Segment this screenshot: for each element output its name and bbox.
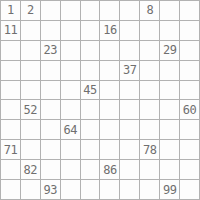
grid-cell-empty[interactable] (100, 1, 120, 21)
grid-cell-empty[interactable] (140, 41, 160, 61)
grid-cell-empty[interactable] (81, 140, 101, 160)
grid-cell-given: 45 (81, 81, 101, 101)
grid-cell-empty[interactable] (81, 61, 101, 81)
grid-cell-empty[interactable] (140, 100, 160, 120)
grid-cell-empty[interactable] (61, 21, 81, 41)
grid-cell-given: 8 (140, 1, 160, 21)
grid-cell-empty[interactable] (21, 140, 41, 160)
grid-cell-empty[interactable] (41, 100, 61, 120)
grid-cell-empty[interactable] (81, 160, 101, 180)
grid-cell-empty[interactable] (140, 180, 160, 200)
grid-cell-empty[interactable] (61, 100, 81, 120)
grid-cell-empty[interactable] (120, 140, 140, 160)
grid-cell-empty[interactable] (100, 180, 120, 200)
hundred-chart-board: 128111623293745526064717882869399 (0, 0, 200, 200)
grid-cell-empty[interactable] (1, 100, 21, 120)
hundred-chart-grid: 128111623293745526064717882869399 (0, 0, 200, 200)
grid-cell-empty[interactable] (100, 100, 120, 120)
grid-cell-empty[interactable] (100, 81, 120, 101)
grid-cell-empty[interactable] (81, 100, 101, 120)
grid-cell-given: 71 (1, 140, 21, 160)
grid-cell-empty[interactable] (140, 81, 160, 101)
grid-cell-given: 23 (41, 41, 61, 61)
grid-cell-given: 29 (160, 41, 180, 61)
grid-cell-empty[interactable] (160, 100, 180, 120)
grid-cell-empty[interactable] (81, 1, 101, 21)
grid-cell-empty[interactable] (160, 160, 180, 180)
grid-cell-empty[interactable] (160, 21, 180, 41)
grid-cell-empty[interactable] (61, 140, 81, 160)
grid-cell-empty[interactable] (120, 100, 140, 120)
grid-cell-empty[interactable] (61, 160, 81, 180)
grid-cell-empty[interactable] (180, 61, 200, 81)
grid-cell-empty[interactable] (41, 140, 61, 160)
grid-cell-empty[interactable] (160, 120, 180, 140)
grid-cell-empty[interactable] (120, 120, 140, 140)
grid-cell-empty[interactable] (100, 140, 120, 160)
grid-cell-empty[interactable] (21, 61, 41, 81)
grid-cell-empty[interactable] (160, 140, 180, 160)
grid-cell-empty[interactable] (140, 120, 160, 140)
grid-cell-empty[interactable] (21, 81, 41, 101)
grid-cell-given: 82 (21, 160, 41, 180)
grid-cell-empty[interactable] (120, 21, 140, 41)
grid-cell-given: 60 (180, 100, 200, 120)
grid-cell-empty[interactable] (140, 61, 160, 81)
grid-cell-empty[interactable] (61, 41, 81, 61)
grid-cell-empty[interactable] (140, 21, 160, 41)
grid-cell-given: 86 (100, 160, 120, 180)
grid-cell-given: 64 (61, 120, 81, 140)
grid-cell-empty[interactable] (1, 180, 21, 200)
grid-cell-empty[interactable] (120, 180, 140, 200)
grid-cell-empty[interactable] (160, 81, 180, 101)
grid-cell-empty[interactable] (21, 180, 41, 200)
grid-cell-given: 99 (160, 180, 180, 200)
grid-cell-empty[interactable] (180, 21, 200, 41)
grid-cell-empty[interactable] (1, 81, 21, 101)
grid-cell-empty[interactable] (41, 160, 61, 180)
grid-cell-empty[interactable] (21, 21, 41, 41)
grid-cell-empty[interactable] (81, 21, 101, 41)
grid-cell-empty[interactable] (1, 120, 21, 140)
grid-cell-empty[interactable] (160, 1, 180, 21)
grid-cell-empty[interactable] (21, 41, 41, 61)
grid-cell-empty[interactable] (120, 160, 140, 180)
grid-cell-empty[interactable] (180, 120, 200, 140)
grid-cell-empty[interactable] (180, 180, 200, 200)
grid-cell-given: 1 (1, 1, 21, 21)
grid-cell-given: 78 (140, 140, 160, 160)
grid-cell-empty[interactable] (61, 61, 81, 81)
grid-cell-empty[interactable] (180, 41, 200, 61)
grid-cell-empty[interactable] (100, 41, 120, 61)
grid-cell-empty[interactable] (120, 1, 140, 21)
grid-cell-empty[interactable] (160, 61, 180, 81)
grid-cell-empty[interactable] (41, 81, 61, 101)
grid-cell-empty[interactable] (180, 81, 200, 101)
grid-cell-empty[interactable] (41, 21, 61, 41)
grid-cell-given: 52 (21, 100, 41, 120)
grid-cell-given: 2 (21, 1, 41, 21)
grid-cell-empty[interactable] (61, 81, 81, 101)
grid-cell-empty[interactable] (41, 1, 61, 21)
grid-cell-given: 16 (100, 21, 120, 41)
grid-cell-empty[interactable] (180, 140, 200, 160)
grid-cell-empty[interactable] (21, 120, 41, 140)
grid-cell-given: 93 (41, 180, 61, 200)
grid-cell-empty[interactable] (120, 81, 140, 101)
grid-cell-empty[interactable] (1, 160, 21, 180)
grid-cell-empty[interactable] (81, 41, 101, 61)
grid-cell-given: 11 (1, 21, 21, 41)
grid-cell-empty[interactable] (100, 120, 120, 140)
grid-cell-empty[interactable] (61, 180, 81, 200)
grid-cell-empty[interactable] (180, 1, 200, 21)
grid-cell-empty[interactable] (120, 41, 140, 61)
grid-cell-empty[interactable] (180, 160, 200, 180)
grid-cell-empty[interactable] (1, 41, 21, 61)
grid-cell-empty[interactable] (41, 61, 61, 81)
grid-cell-empty[interactable] (140, 160, 160, 180)
grid-cell-empty[interactable] (81, 120, 101, 140)
grid-cell-empty[interactable] (100, 61, 120, 81)
grid-cell-empty[interactable] (1, 61, 21, 81)
grid-cell-given: 37 (120, 61, 140, 81)
grid-cell-empty[interactable] (81, 180, 101, 200)
grid-cell-empty[interactable] (61, 1, 81, 21)
grid-cell-empty[interactable] (41, 120, 61, 140)
